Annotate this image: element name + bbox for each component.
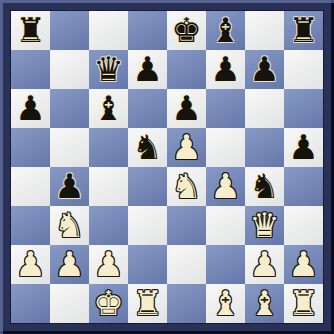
- piece-black-pawn: ♟: [132, 50, 162, 89]
- piece-black-pawn: ♟: [249, 50, 279, 89]
- square-a8[interactable]: ♜: [11, 11, 50, 50]
- square-d6[interactable]: [128, 89, 167, 128]
- square-d8[interactable]: [128, 11, 167, 50]
- square-c5[interactable]: [89, 128, 128, 167]
- board-frame: ♜♚♝♜♛♟♟♟♟♝♟♞♟♟♟♞♟♞♞♛♟♟♟♟♟♚♜♝♝♜: [0, 0, 334, 334]
- piece-black-pawn: ♟: [15, 89, 45, 128]
- square-b3[interactable]: ♞: [50, 206, 89, 245]
- square-h3[interactable]: [284, 206, 323, 245]
- piece-white-king: ♚: [93, 284, 123, 323]
- piece-white-knight: ♞: [54, 206, 84, 245]
- piece-white-bishop: ♝: [210, 284, 240, 323]
- square-f4[interactable]: ♟: [206, 167, 245, 206]
- square-f6[interactable]: [206, 89, 245, 128]
- square-h5[interactable]: ♟: [284, 128, 323, 167]
- square-c4[interactable]: [89, 167, 128, 206]
- piece-white-pawn: ♟: [15, 245, 45, 284]
- square-a5[interactable]: [11, 128, 50, 167]
- square-a6[interactable]: ♟: [11, 89, 50, 128]
- square-e5[interactable]: ♟: [167, 128, 206, 167]
- square-e7[interactable]: [167, 50, 206, 89]
- piece-white-pawn: ♟: [288, 245, 318, 284]
- square-g5[interactable]: [245, 128, 284, 167]
- square-a4[interactable]: [11, 167, 50, 206]
- piece-black-rook: ♜: [15, 11, 45, 50]
- piece-black-knight: ♞: [249, 167, 279, 206]
- square-b1[interactable]: [50, 284, 89, 323]
- square-e6[interactable]: ♟: [167, 89, 206, 128]
- piece-black-bishop: ♝: [93, 89, 123, 128]
- square-a7[interactable]: [11, 50, 50, 89]
- square-c1[interactable]: ♚: [89, 284, 128, 323]
- square-h1[interactable]: ♜: [284, 284, 323, 323]
- square-h2[interactable]: ♟: [284, 245, 323, 284]
- square-f5[interactable]: [206, 128, 245, 167]
- piece-white-bishop: ♝: [249, 284, 279, 323]
- square-g7[interactable]: ♟: [245, 50, 284, 89]
- piece-black-pawn: ♟: [171, 89, 201, 128]
- square-b6[interactable]: [50, 89, 89, 128]
- square-c8[interactable]: [89, 11, 128, 50]
- square-e2[interactable]: [167, 245, 206, 284]
- piece-black-bishop: ♝: [210, 11, 240, 50]
- square-b2[interactable]: ♟: [50, 245, 89, 284]
- piece-black-knight: ♞: [132, 128, 162, 167]
- piece-white-knight: ♞: [171, 167, 201, 206]
- square-e4[interactable]: ♞: [167, 167, 206, 206]
- piece-white-rook: ♜: [288, 284, 318, 323]
- square-b7[interactable]: [50, 50, 89, 89]
- square-h8[interactable]: ♜: [284, 11, 323, 50]
- piece-black-pawn: ♟: [210, 50, 240, 89]
- square-d7[interactable]: ♟: [128, 50, 167, 89]
- square-h4[interactable]: [284, 167, 323, 206]
- square-d2[interactable]: [128, 245, 167, 284]
- piece-black-king: ♚: [171, 11, 201, 50]
- square-c3[interactable]: [89, 206, 128, 245]
- square-g1[interactable]: ♝: [245, 284, 284, 323]
- square-h7[interactable]: [284, 50, 323, 89]
- square-c2[interactable]: ♟: [89, 245, 128, 284]
- square-g8[interactable]: [245, 11, 284, 50]
- piece-white-pawn: ♟: [171, 128, 201, 167]
- square-a1[interactable]: [11, 284, 50, 323]
- square-a3[interactable]: [11, 206, 50, 245]
- piece-black-pawn: ♟: [288, 128, 318, 167]
- square-b5[interactable]: [50, 128, 89, 167]
- square-f3[interactable]: [206, 206, 245, 245]
- square-d4[interactable]: [128, 167, 167, 206]
- piece-white-queen: ♛: [249, 206, 279, 245]
- square-a2[interactable]: ♟: [11, 245, 50, 284]
- square-f7[interactable]: ♟: [206, 50, 245, 89]
- square-b4[interactable]: ♟: [50, 167, 89, 206]
- square-f8[interactable]: ♝: [206, 11, 245, 50]
- square-g6[interactable]: [245, 89, 284, 128]
- piece-white-rook: ♜: [132, 284, 162, 323]
- square-e3[interactable]: [167, 206, 206, 245]
- square-e8[interactable]: ♚: [167, 11, 206, 50]
- square-d1[interactable]: ♜: [128, 284, 167, 323]
- piece-white-pawn: ♟: [54, 245, 84, 284]
- square-c7[interactable]: ♛: [89, 50, 128, 89]
- chess-board: ♜♚♝♜♛♟♟♟♟♝♟♞♟♟♟♞♟♞♞♛♟♟♟♟♟♚♜♝♝♜: [11, 11, 323, 323]
- piece-white-pawn: ♟: [249, 245, 279, 284]
- square-b8[interactable]: [50, 11, 89, 50]
- piece-black-pawn: ♟: [54, 167, 84, 206]
- piece-white-pawn: ♟: [210, 167, 240, 206]
- square-e1[interactable]: [167, 284, 206, 323]
- square-g4[interactable]: ♞: [245, 167, 284, 206]
- square-d3[interactable]: [128, 206, 167, 245]
- square-f2[interactable]: [206, 245, 245, 284]
- square-g3[interactable]: ♛: [245, 206, 284, 245]
- square-h6[interactable]: [284, 89, 323, 128]
- square-f1[interactable]: ♝: [206, 284, 245, 323]
- square-g2[interactable]: ♟: [245, 245, 284, 284]
- square-c6[interactable]: ♝: [89, 89, 128, 128]
- piece-white-pawn: ♟: [93, 245, 123, 284]
- piece-black-queen: ♛: [93, 50, 123, 89]
- square-d5[interactable]: ♞: [128, 128, 167, 167]
- piece-black-rook: ♜: [288, 11, 318, 50]
